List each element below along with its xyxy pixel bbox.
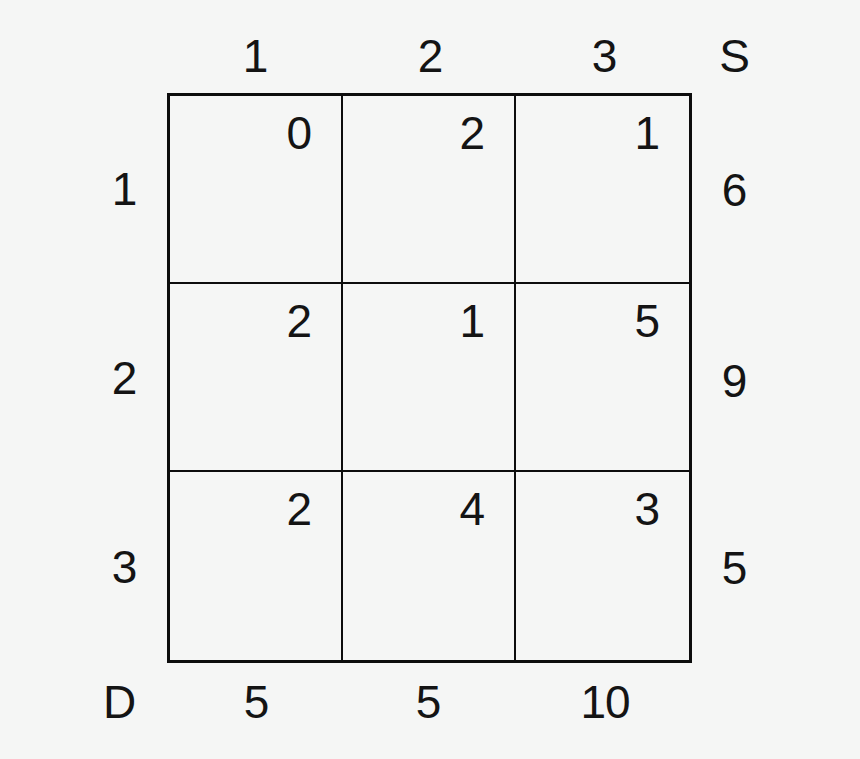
supply-value-3: 5	[722, 545, 747, 591]
cost-r3-c2: 4	[459, 486, 484, 532]
cell-r3-c1: 2	[170, 472, 343, 660]
cost-r2-c1: 2	[286, 298, 311, 344]
cell-r2-c3: 5	[516, 284, 689, 472]
cost-r2-c2: 1	[459, 298, 484, 344]
demand-header: D	[103, 679, 135, 725]
cell-r3-c3: 3	[516, 472, 689, 660]
column-header-1: 1	[243, 33, 268, 79]
cell-r3-c2: 4	[343, 472, 516, 660]
supply-value-1: 6	[722, 167, 747, 213]
row-header-2: 2	[112, 355, 137, 401]
cost-r1-c2: 2	[459, 110, 484, 156]
demand-value-1: 5	[244, 679, 269, 725]
column-header-2: 2	[418, 33, 443, 79]
cell-r1-c3: 1	[516, 96, 689, 284]
demand-value-2: 5	[416, 679, 441, 725]
cost-grid: 0 2 1 2 1 5 2 4 3	[167, 93, 692, 663]
cost-r3-c1: 2	[286, 486, 311, 532]
cell-r1-c2: 2	[343, 96, 516, 284]
row-header-3: 3	[112, 544, 137, 590]
cost-r3-c3: 3	[634, 486, 659, 532]
cell-r2-c1: 2	[170, 284, 343, 472]
cost-r2-c3: 5	[634, 298, 659, 344]
cost-r1-c3: 1	[634, 110, 659, 156]
column-header-3: 3	[592, 33, 617, 79]
supply-header: S	[719, 33, 749, 79]
transportation-tableau: 1 2 3 S 1 2 3 6 9 5 D 5 5 10 0 2 1 2 1 5…	[0, 0, 860, 759]
cell-r1-c1: 0	[170, 96, 343, 284]
cost-r1-c1: 0	[286, 110, 311, 156]
cell-r2-c2: 1	[343, 284, 516, 472]
demand-value-3: 10	[580, 679, 629, 725]
supply-value-2: 9	[722, 358, 747, 404]
row-header-1: 1	[112, 166, 137, 212]
